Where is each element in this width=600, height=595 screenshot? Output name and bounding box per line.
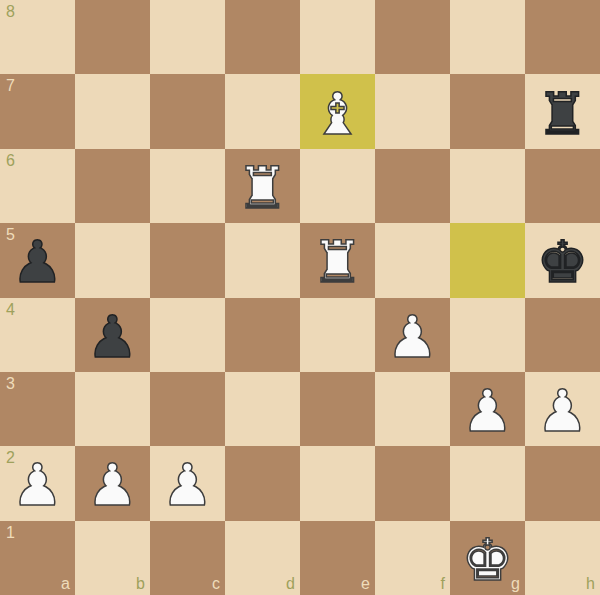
square-d1[interactable]: d <box>225 521 300 595</box>
square-h5[interactable]: ♚ <box>525 223 600 297</box>
file-label-c: c <box>212 576 220 592</box>
square-c4[interactable] <box>150 298 225 372</box>
square-h7[interactable]: ♜ <box>525 74 600 148</box>
square-d6[interactable]: ♜ <box>225 149 300 223</box>
square-f7[interactable] <box>375 74 450 148</box>
white-pawn[interactable]: ♟ <box>537 382 589 440</box>
square-d7[interactable] <box>225 74 300 148</box>
square-c1[interactable]: c <box>150 521 225 595</box>
square-e6[interactable] <box>300 149 375 223</box>
square-c8[interactable] <box>150 0 225 74</box>
white-rook[interactable]: ♜ <box>237 159 289 217</box>
square-h2[interactable] <box>525 446 600 520</box>
square-e2[interactable] <box>300 446 375 520</box>
rank-label-7: 7 <box>6 78 15 94</box>
square-e4[interactable] <box>300 298 375 372</box>
square-b4[interactable]: ♟ <box>75 298 150 372</box>
square-e8[interactable] <box>300 0 375 74</box>
black-rook[interactable]: ♜ <box>537 85 589 143</box>
file-label-d: d <box>286 576 295 592</box>
square-b3[interactable] <box>75 372 150 446</box>
square-g7[interactable] <box>450 74 525 148</box>
square-a2[interactable]: 2♟ <box>0 446 75 520</box>
square-a8[interactable]: 8 <box>0 0 75 74</box>
square-a1[interactable]: 1a <box>0 521 75 595</box>
square-f6[interactable] <box>375 149 450 223</box>
file-label-b: b <box>136 576 145 592</box>
square-d3[interactable] <box>225 372 300 446</box>
square-h4[interactable] <box>525 298 600 372</box>
square-a7[interactable]: 7 <box>0 74 75 148</box>
square-h3[interactable]: ♟ <box>525 372 600 446</box>
square-d5[interactable] <box>225 223 300 297</box>
square-c7[interactable] <box>150 74 225 148</box>
square-g5[interactable] <box>450 223 525 297</box>
square-b5[interactable] <box>75 223 150 297</box>
square-c6[interactable] <box>150 149 225 223</box>
rank-label-3: 3 <box>6 376 15 392</box>
square-a6[interactable]: 6 <box>0 149 75 223</box>
square-b8[interactable] <box>75 0 150 74</box>
square-c3[interactable] <box>150 372 225 446</box>
rank-label-1: 1 <box>6 525 15 541</box>
square-f4[interactable]: ♟ <box>375 298 450 372</box>
square-b7[interactable] <box>75 74 150 148</box>
square-a5[interactable]: 5♟ <box>0 223 75 297</box>
file-label-h: h <box>586 576 595 592</box>
square-g2[interactable] <box>450 446 525 520</box>
chess-board: 87♝♜6♜5♟♜♚4♟♟3♟♟2♟♟♟1abcdefg♚h <box>0 0 600 595</box>
square-c5[interactable] <box>150 223 225 297</box>
square-g6[interactable] <box>450 149 525 223</box>
square-f8[interactable] <box>375 0 450 74</box>
black-pawn[interactable]: ♟ <box>87 308 139 366</box>
square-f3[interactable] <box>375 372 450 446</box>
square-e7[interactable]: ♝ <box>300 74 375 148</box>
white-pawn[interactable]: ♟ <box>87 456 139 514</box>
white-pawn[interactable]: ♟ <box>162 456 214 514</box>
square-a4[interactable]: 4 <box>0 298 75 372</box>
square-c2[interactable]: ♟ <box>150 446 225 520</box>
rank-label-4: 4 <box>6 302 15 318</box>
file-label-a: a <box>61 576 70 592</box>
square-d2[interactable] <box>225 446 300 520</box>
black-king[interactable]: ♚ <box>537 233 589 291</box>
file-label-e: e <box>361 576 370 592</box>
square-b2[interactable]: ♟ <box>75 446 150 520</box>
square-b1[interactable]: b <box>75 521 150 595</box>
file-label-f: f <box>441 576 445 592</box>
square-a3[interactable]: 3 <box>0 372 75 446</box>
black-pawn[interactable]: ♟ <box>12 233 64 291</box>
square-g1[interactable]: g♚ <box>450 521 525 595</box>
square-h8[interactable] <box>525 0 600 74</box>
rank-label-8: 8 <box>6 4 15 20</box>
square-e3[interactable] <box>300 372 375 446</box>
white-pawn[interactable]: ♟ <box>387 308 439 366</box>
square-e5[interactable]: ♜ <box>300 223 375 297</box>
square-f2[interactable] <box>375 446 450 520</box>
white-pawn[interactable]: ♟ <box>462 382 514 440</box>
square-f1[interactable]: f <box>375 521 450 595</box>
square-d8[interactable] <box>225 0 300 74</box>
square-g3[interactable]: ♟ <box>450 372 525 446</box>
white-rook[interactable]: ♜ <box>312 233 364 291</box>
square-f5[interactable] <box>375 223 450 297</box>
square-g8[interactable] <box>450 0 525 74</box>
white-king[interactable]: ♚ <box>462 531 514 589</box>
square-d4[interactable] <box>225 298 300 372</box>
rank-label-6: 6 <box>6 153 15 169</box>
square-b6[interactable] <box>75 149 150 223</box>
square-h1[interactable]: h <box>525 521 600 595</box>
square-e1[interactable]: e <box>300 521 375 595</box>
square-h6[interactable] <box>525 149 600 223</box>
square-g4[interactable] <box>450 298 525 372</box>
white-pawn[interactable]: ♟ <box>12 456 64 514</box>
white-bishop[interactable]: ♝ <box>312 85 364 143</box>
